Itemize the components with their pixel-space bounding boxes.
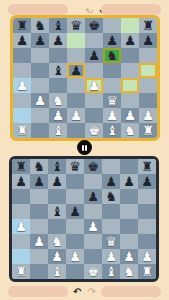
square-a1[interactable]: ♜: [13, 123, 31, 138]
square-h5[interactable]: [138, 204, 156, 219]
square-c1[interactable]: ♝: [48, 264, 66, 279]
square-d7[interactable]: [66, 174, 84, 189]
square-f6[interactable]: ♞: [103, 48, 121, 63]
square-a2[interactable]: [13, 108, 31, 123]
white-pawn: ♟: [49, 108, 68, 123]
square-c3[interactable]: ♞: [48, 234, 66, 249]
square-e3[interactable]: [85, 93, 103, 108]
square-f5[interactable]: [102, 204, 120, 219]
square-f4[interactable]: [103, 78, 121, 93]
black-pawn: ♟: [84, 189, 102, 204]
square-b2[interactable]: [31, 108, 49, 123]
square-c3[interactable]: ♞: [49, 93, 67, 108]
square-e6[interactable]: ♟: [84, 189, 102, 204]
square-g2[interactable]: ♟: [121, 108, 139, 123]
square-g4[interactable]: [121, 78, 139, 93]
square-h3[interactable]: [138, 234, 156, 249]
square-d4[interactable]: [66, 219, 84, 234]
white-rook: ♜: [139, 123, 158, 138]
square-b6[interactable]: [31, 48, 49, 63]
black-pawn: ♟: [103, 33, 122, 48]
square-c2[interactable]: ♟: [49, 108, 67, 123]
square-b8[interactable]: ♞: [31, 18, 49, 33]
square-b1[interactable]: [31, 123, 49, 138]
white-king: ♚: [85, 123, 104, 138]
square-e1[interactable]: ♚: [85, 123, 103, 138]
square-e3[interactable]: [84, 234, 102, 249]
white-pawn: ♟: [103, 108, 122, 123]
square-b4[interactable]: [30, 219, 48, 234]
square-e6[interactable]: ♟: [85, 48, 103, 63]
square-f1[interactable]: ♝: [102, 264, 120, 279]
square-g7[interactable]: ♟: [121, 33, 139, 48]
white-pawn: ♟: [121, 108, 140, 123]
square-c8[interactable]: ♝: [49, 18, 67, 33]
white-rook: ♜: [138, 264, 156, 279]
square-g7[interactable]: ♟: [120, 174, 138, 189]
square-d2[interactable]: ♟: [66, 249, 84, 264]
square-a6[interactable]: [12, 189, 30, 204]
black-pawn: ♟: [139, 33, 158, 48]
top-chess-board[interactable]: ♜♞♝♛♚♜♟♟♟♟♟♟♟♞♝♟♟♟♟♞♛♟♟♟♟♟♜♝♚♝♞♜: [10, 15, 160, 141]
square-a4[interactable]: ♟: [13, 78, 31, 93]
square-h6[interactable]: [139, 48, 157, 63]
square-a1[interactable]: ♜: [12, 264, 30, 279]
square-c7[interactable]: ♟: [48, 174, 66, 189]
square-c5[interactable]: ♝: [49, 63, 67, 78]
square-e7[interactable]: [84, 174, 102, 189]
square-a3[interactable]: [13, 93, 31, 108]
square-c6[interactable]: [48, 189, 66, 204]
square-h2[interactable]: ♟: [139, 108, 157, 123]
square-e8[interactable]: ♚: [84, 159, 102, 174]
white-pawn: ♟: [102, 249, 120, 264]
square-c1[interactable]: ♝: [49, 123, 67, 138]
square-g2[interactable]: ♟: [120, 249, 138, 264]
square-f7[interactable]: ♟: [102, 174, 120, 189]
square-h6[interactable]: [138, 189, 156, 204]
square-g1[interactable]: ♞: [121, 123, 139, 138]
black-knight: ♞: [31, 18, 50, 33]
square-h1[interactable]: ♜: [138, 264, 156, 279]
square-b8[interactable]: ♞: [30, 159, 48, 174]
white-bishop: ♝: [102, 264, 120, 279]
square-d3[interactable]: [67, 93, 85, 108]
square-f5[interactable]: [103, 63, 121, 78]
square-d4[interactable]: [67, 78, 85, 93]
square-c2[interactable]: ♟: [48, 249, 66, 264]
square-g1[interactable]: ♞: [120, 264, 138, 279]
square-f8[interactable]: [102, 159, 120, 174]
player-undo-redo-bar: ↶ ↷: [73, 287, 96, 297]
black-pawn: ♟: [30, 174, 48, 189]
player-right-pill[interactable]: [101, 286, 161, 297]
square-b6[interactable]: [30, 189, 48, 204]
square-a5[interactable]: [13, 63, 31, 78]
black-pawn: ♟: [138, 174, 156, 189]
square-b7[interactable]: ♟: [30, 174, 48, 189]
square-d1[interactable]: [66, 264, 84, 279]
square-d5[interactable]: ♟: [66, 204, 84, 219]
square-b5[interactable]: [31, 63, 49, 78]
black-bishop: ♝: [49, 63, 68, 78]
square-a8[interactable]: ♜: [13, 18, 31, 33]
square-h7[interactable]: ♟: [138, 174, 156, 189]
black-pawn: ♟: [31, 33, 50, 48]
square-e5[interactable]: [85, 63, 103, 78]
square-e1[interactable]: ♚: [84, 264, 102, 279]
black-knight: ♞: [30, 159, 48, 174]
black-king: ♚: [84, 159, 102, 174]
square-h2[interactable]: ♟: [138, 249, 156, 264]
black-pawn: ♟: [67, 63, 86, 78]
square-a4[interactable]: ♟: [12, 219, 30, 234]
black-pawn: ♟: [121, 33, 140, 48]
black-pawn: ♟: [12, 174, 30, 189]
square-b1[interactable]: [30, 264, 48, 279]
white-pawn: ♟: [30, 234, 48, 249]
square-h7[interactable]: ♟: [139, 33, 157, 48]
square-d8[interactable]: ♛: [67, 18, 85, 33]
square-g4[interactable]: [120, 219, 138, 234]
redo-icon[interactable]: ↷: [88, 287, 96, 297]
pause-icon: [85, 145, 87, 151]
square-a5[interactable]: [12, 204, 30, 219]
black-rook: ♜: [13, 18, 32, 33]
white-pawn: ♟: [85, 78, 104, 93]
white-pawn: ♟: [48, 249, 66, 264]
square-c4[interactable]: [49, 78, 67, 93]
square-c4[interactable]: [48, 219, 66, 234]
white-pawn: ♟: [13, 78, 32, 93]
black-knight: ♞: [103, 48, 122, 63]
white-bishop: ♝: [48, 264, 66, 279]
square-a7[interactable]: ♟: [13, 33, 31, 48]
black-pawn: ♟: [66, 204, 84, 219]
square-a8[interactable]: ♜: [12, 159, 30, 174]
square-f2[interactable]: ♟: [103, 108, 121, 123]
black-rook: ♜: [139, 18, 158, 33]
black-pawn: ♟: [102, 174, 120, 189]
white-knight: ♞: [48, 234, 66, 249]
black-knight: ♞: [102, 189, 120, 204]
square-e8[interactable]: ♚: [85, 18, 103, 33]
black-queen: ♛: [67, 18, 86, 33]
square-d5[interactable]: ♟: [67, 63, 85, 78]
black-rook: ♜: [138, 159, 156, 174]
square-e7[interactable]: [85, 33, 103, 48]
square-a2[interactable]: [12, 249, 30, 264]
black-bishop: ♝: [49, 18, 68, 33]
square-c8[interactable]: ♝: [48, 159, 66, 174]
bottom-chess-board[interactable]: ♜♞♝♛♚♜♟♟♟♟♟♟♟♞♝♟♟♟♟♞♛♟♟♟♟♟♜♝♚♝♞♜: [9, 156, 159, 282]
square-f4[interactable]: [102, 219, 120, 234]
square-d6[interactable]: [67, 48, 85, 63]
square-b2[interactable]: [30, 249, 48, 264]
square-b5[interactable]: [30, 204, 48, 219]
square-g8[interactable]: [120, 159, 138, 174]
square-c5[interactable]: ♝: [48, 204, 66, 219]
white-queen: ♛: [103, 93, 122, 108]
black-king: ♚: [85, 18, 104, 33]
white-pawn: ♟: [66, 249, 84, 264]
black-queen: ♛: [66, 159, 84, 174]
white-bishop: ♝: [49, 123, 68, 138]
white-queen: ♛: [102, 234, 120, 249]
white-bishop: ♝: [103, 123, 122, 138]
pause-icon: [82, 145, 84, 151]
square-d8[interactable]: ♛: [66, 159, 84, 174]
white-rook: ♜: [12, 264, 30, 279]
square-a7[interactable]: ♟: [12, 174, 30, 189]
square-f3[interactable]: ♛: [102, 234, 120, 249]
square-b4[interactable]: [31, 78, 49, 93]
square-b3[interactable]: ♟: [31, 93, 49, 108]
square-b7[interactable]: ♟: [31, 33, 49, 48]
square-g3[interactable]: [120, 234, 138, 249]
undo-icon[interactable]: ↶: [73, 287, 81, 297]
square-d3[interactable]: [66, 234, 84, 249]
black-pawn: ♟: [13, 33, 32, 48]
square-g6[interactable]: [120, 189, 138, 204]
square-h5[interactable]: [139, 63, 157, 78]
square-d2[interactable]: ♟: [67, 108, 85, 123]
square-a6[interactable]: [13, 48, 31, 63]
square-e5[interactable]: [84, 204, 102, 219]
white-king: ♚: [84, 264, 102, 279]
square-e2[interactable]: [84, 249, 102, 264]
square-f3[interactable]: ♛: [103, 93, 121, 108]
square-b3[interactable]: ♟: [30, 234, 48, 249]
square-d6[interactable]: [66, 189, 84, 204]
square-e4[interactable]: ♟: [85, 78, 103, 93]
white-knight: ♞: [120, 264, 138, 279]
square-f7[interactable]: ♟: [103, 33, 121, 48]
square-f8[interactable]: [103, 18, 121, 33]
black-pawn: ♟: [120, 174, 138, 189]
square-c6[interactable]: [49, 48, 67, 63]
opponent-left-pill[interactable]: [8, 4, 68, 15]
player-left-pill[interactable]: [8, 286, 68, 297]
square-g8[interactable]: [121, 18, 139, 33]
black-pawn: ♟: [85, 48, 104, 63]
square-h3[interactable]: [139, 93, 157, 108]
white-pawn: ♟: [84, 219, 102, 234]
white-pawn: ♟: [139, 108, 158, 123]
square-h4[interactable]: [139, 78, 157, 93]
white-knight: ♞: [121, 123, 140, 138]
white-pawn: ♟: [120, 249, 138, 264]
black-rook: ♜: [12, 159, 30, 174]
square-e4[interactable]: ♟: [84, 219, 102, 234]
white-pawn: ♟: [138, 249, 156, 264]
white-pawn: ♟: [12, 219, 30, 234]
square-d1[interactable]: [67, 123, 85, 138]
square-h1[interactable]: ♜: [139, 123, 157, 138]
square-f1[interactable]: ♝: [103, 123, 121, 138]
white-knight: ♞: [49, 93, 68, 108]
pause-button[interactable]: [77, 140, 92, 155]
white-rook: ♜: [13, 123, 32, 138]
square-g6[interactable]: [121, 48, 139, 63]
square-d7[interactable]: [67, 33, 85, 48]
square-e2[interactable]: [85, 108, 103, 123]
black-bishop: ♝: [48, 204, 66, 219]
white-pawn: ♟: [67, 108, 86, 123]
square-g5[interactable]: [120, 204, 138, 219]
black-bishop: ♝: [48, 159, 66, 174]
black-pawn: ♟: [49, 33, 68, 48]
square-g3[interactable]: [121, 93, 139, 108]
black-pawn: ♟: [48, 174, 66, 189]
square-h4[interactable]: [138, 219, 156, 234]
square-h8[interactable]: ♜: [139, 18, 157, 33]
square-a3[interactable]: [12, 234, 30, 249]
square-c7[interactable]: ♟: [49, 33, 67, 48]
square-g5[interactable]: [121, 63, 139, 78]
white-pawn: ♟: [31, 93, 50, 108]
redo-icon[interactable]: ↷: [85, 4, 93, 14]
opponent-right-pill[interactable]: [101, 4, 161, 15]
square-f2[interactable]: ♟: [102, 249, 120, 264]
square-f6[interactable]: ♞: [102, 189, 120, 204]
square-h8[interactable]: ♜: [138, 159, 156, 174]
